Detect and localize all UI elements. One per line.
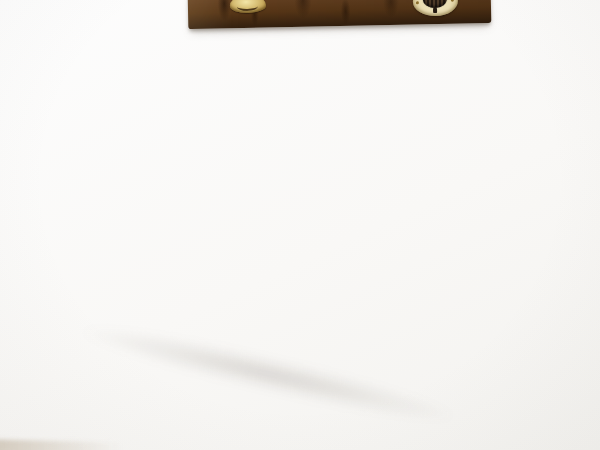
ivory-lock-rosette-icon <box>413 0 459 16</box>
photo-stage <box>0 0 600 450</box>
brass-handle-icon <box>230 0 266 13</box>
screw-icon <box>451 0 454 2</box>
screw-icon <box>416 1 419 4</box>
